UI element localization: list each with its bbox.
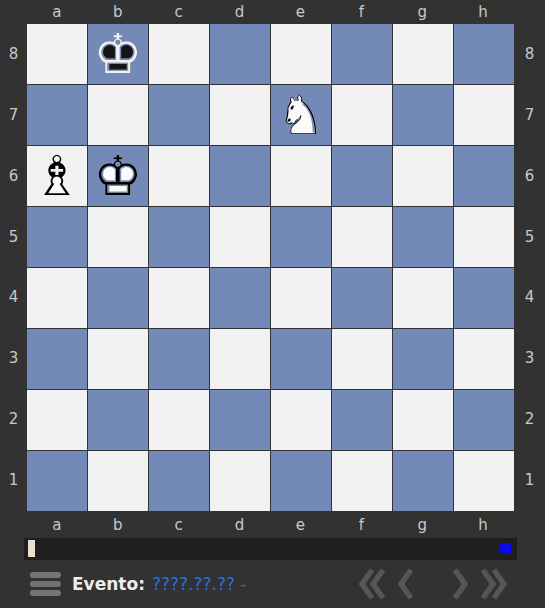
square-d5[interactable] (210, 207, 270, 267)
file-labels-top: abcdefgh (27, 0, 514, 24)
file-label-g: g (392, 0, 452, 24)
square-a2[interactable] (27, 390, 87, 450)
square-c1[interactable] (149, 451, 209, 511)
square-a7[interactable] (27, 85, 87, 145)
square-g5[interactable] (393, 207, 453, 267)
skip-to-end-icon (480, 568, 507, 600)
rank-label-7: 7 (0, 85, 27, 145)
file-label-c: c (149, 511, 209, 538)
square-c4[interactable] (149, 268, 209, 328)
chevron-right-icon (451, 568, 469, 600)
file-label-h: h (453, 0, 513, 24)
square-h7[interactable] (454, 85, 514, 145)
previous-move-button[interactable] (397, 568, 415, 600)
rank-label-1: 1 (0, 450, 27, 510)
file-label-d: d (210, 511, 270, 538)
game-seek-bar[interactable] (24, 538, 517, 560)
square-e7[interactable]: ♞♘ (271, 85, 331, 145)
square-a3[interactable] (27, 329, 87, 389)
square-c2[interactable] (149, 390, 209, 450)
file-label-a: a (27, 0, 87, 24)
file-label-e: e (271, 511, 331, 538)
file-label-g: g (392, 511, 452, 538)
square-a5[interactable] (27, 207, 87, 267)
rank-label-2: 2 (0, 389, 27, 449)
black-king[interactable]: ♚♔ (88, 24, 148, 84)
square-b8[interactable]: ♚♔ (88, 24, 148, 84)
menu-button[interactable] (30, 572, 61, 596)
square-e3[interactable] (271, 329, 331, 389)
square-d2[interactable] (210, 390, 270, 450)
square-g8[interactable] (393, 24, 453, 84)
file-labels-bottom: abcdefgh (27, 511, 514, 538)
square-c5[interactable] (149, 207, 209, 267)
file-label-d: d (210, 0, 270, 24)
rank-label-8: 8 (0, 24, 27, 84)
square-b3[interactable] (88, 329, 148, 389)
square-c8[interactable] (149, 24, 209, 84)
page: { "game": "chess", "position": { "fen": … (0, 0, 545, 608)
rank-label-4: 4 (0, 268, 27, 328)
rank-label-3: 3 (0, 328, 27, 388)
square-h8[interactable] (454, 24, 514, 84)
first-move-button[interactable] (359, 568, 386, 600)
square-b7[interactable] (88, 85, 148, 145)
square-g4[interactable] (393, 268, 453, 328)
square-c6[interactable] (149, 146, 209, 206)
rank-label-6: 6 (514, 146, 545, 206)
square-f6[interactable] (332, 146, 392, 206)
rank-label-4: 4 (514, 268, 545, 328)
chess-viewer: abcdefgh 87654321 ♚♔♞♘♝♗♚♔ 87654321 abcd… (0, 0, 545, 608)
square-g6[interactable] (393, 146, 453, 206)
square-a1[interactable] (27, 451, 87, 511)
square-d1[interactable] (210, 451, 270, 511)
square-d6[interactable] (210, 146, 270, 206)
file-label-a: a (27, 511, 87, 538)
seek-end-marker (500, 543, 511, 554)
white-king[interactable]: ♚♔ (88, 146, 148, 206)
square-d7[interactable] (210, 85, 270, 145)
square-c3[interactable] (149, 329, 209, 389)
move-navigation (359, 568, 507, 600)
square-d8[interactable] (210, 24, 270, 84)
square-f2[interactable] (332, 390, 392, 450)
rank-label-7: 7 (514, 85, 545, 145)
board-strip: 87654321 ♚♔♞♘♝♗♚♔ 87654321 (0, 24, 545, 511)
last-move-button[interactable] (480, 568, 507, 600)
square-g1[interactable] (393, 451, 453, 511)
square-f3[interactable] (332, 329, 392, 389)
file-label-b: b (88, 0, 148, 24)
rank-label-1: 1 (514, 450, 545, 510)
square-b2[interactable] (88, 390, 148, 450)
rank-label-8: 8 (514, 24, 545, 84)
square-e8[interactable] (271, 24, 331, 84)
event-value-link[interactable]: ????.??.?? - (152, 574, 247, 594)
event-label: Evento: (72, 574, 145, 594)
square-g3[interactable] (393, 329, 453, 389)
square-h1[interactable] (454, 451, 514, 511)
square-b6[interactable]: ♚♔ (88, 146, 148, 206)
square-b4[interactable] (88, 268, 148, 328)
white-knight[interactable]: ♞♘ (271, 85, 331, 145)
square-a8[interactable] (27, 24, 87, 84)
square-h5[interactable] (454, 207, 514, 267)
white-bishop[interactable]: ♝♗ (27, 146, 87, 206)
square-h3[interactable] (454, 329, 514, 389)
square-e2[interactable] (271, 390, 331, 450)
square-e5[interactable] (271, 207, 331, 267)
square-f5[interactable] (332, 207, 392, 267)
seek-position-marker[interactable] (28, 540, 35, 557)
file-label-f: f (331, 0, 391, 24)
skip-to-start-icon (359, 568, 386, 600)
square-e1[interactable] (271, 451, 331, 511)
square-g2[interactable] (393, 390, 453, 450)
square-c7[interactable] (149, 85, 209, 145)
rank-label-5: 5 (514, 207, 545, 267)
square-e4[interactable] (271, 268, 331, 328)
square-h6[interactable] (454, 146, 514, 206)
file-label-h: h (453, 511, 513, 538)
square-e6[interactable] (271, 146, 331, 206)
square-a6[interactable]: ♝♗ (27, 146, 87, 206)
square-f8[interactable] (332, 24, 392, 84)
chess-board: ♚♔♞♘♝♗♚♔ (27, 24, 514, 511)
rank-label-3: 3 (514, 328, 545, 388)
rank-label-5: 5 (0, 207, 27, 267)
hamburger-icon (30, 572, 61, 578)
square-f4[interactable] (332, 268, 392, 328)
square-h2[interactable] (454, 390, 514, 450)
bottom-toolbar: Evento: ????.??.?? - (0, 560, 545, 608)
square-d4[interactable] (210, 268, 270, 328)
rank-labels-left: 87654321 (0, 24, 27, 511)
file-label-b: b (88, 511, 148, 538)
rank-labels-right: 87654321 (514, 24, 545, 511)
square-b5[interactable] (88, 207, 148, 267)
file-label-c: c (149, 0, 209, 24)
file-label-e: e (271, 0, 331, 24)
square-f7[interactable] (332, 85, 392, 145)
next-move-button[interactable] (451, 568, 469, 600)
file-label-f: f (331, 511, 391, 538)
rank-label-2: 2 (514, 389, 545, 449)
square-b1[interactable] (88, 451, 148, 511)
square-a4[interactable] (27, 268, 87, 328)
chevron-left-icon (397, 568, 415, 600)
square-h4[interactable] (454, 268, 514, 328)
square-d3[interactable] (210, 329, 270, 389)
rank-label-6: 6 (0, 146, 27, 206)
square-g7[interactable] (393, 85, 453, 145)
square-f1[interactable] (332, 451, 392, 511)
